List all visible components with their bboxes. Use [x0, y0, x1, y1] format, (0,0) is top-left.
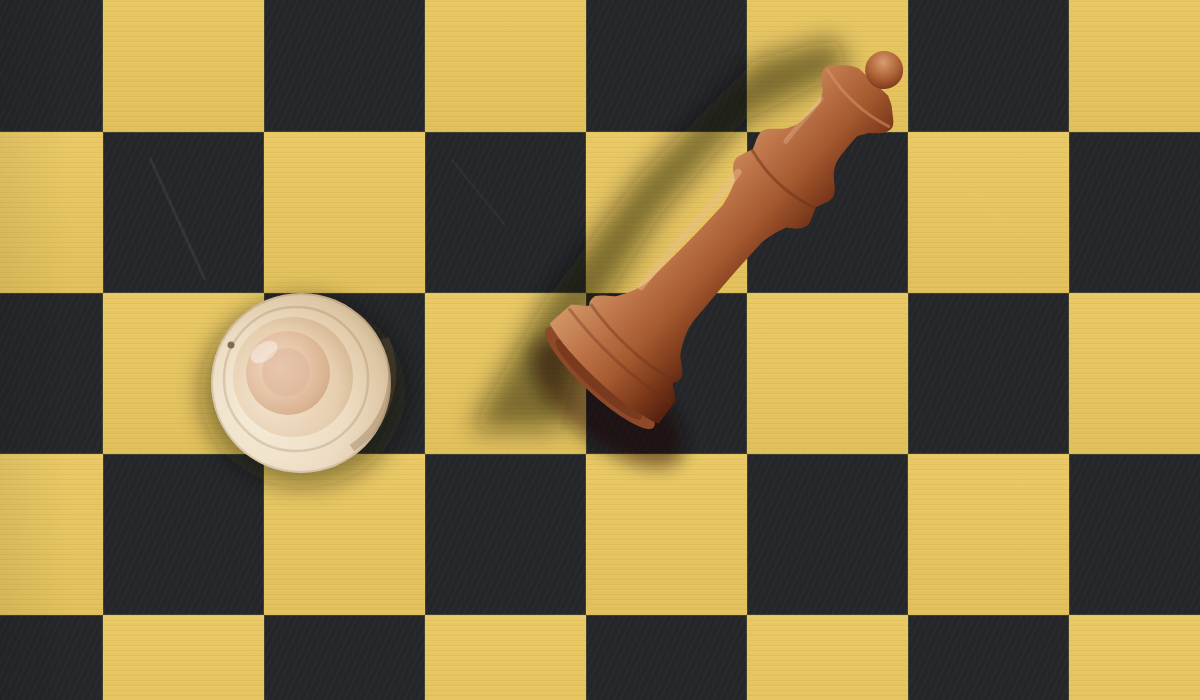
- fallen-queen-piece: [534, 6, 951, 441]
- pieces-layer: [0, 0, 1200, 700]
- pawn-rim-nick: [228, 342, 235, 349]
- white-pawn-piece: [211, 293, 392, 473]
- chessboard-photo: [0, 0, 1200, 700]
